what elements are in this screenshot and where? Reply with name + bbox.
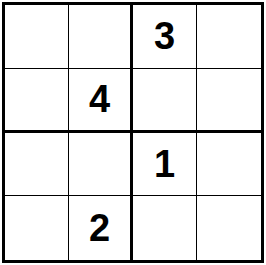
cell-r3c3[interactable]: 1	[133, 133, 197, 197]
cell-r1c4[interactable]	[197, 5, 261, 69]
cell-r2c2[interactable]: 4	[69, 69, 133, 133]
cell-r1c3[interactable]: 3	[133, 5, 197, 69]
cell-r2c3[interactable]	[133, 69, 197, 133]
cell-r2c1[interactable]	[5, 69, 69, 133]
cell-r3c1[interactable]	[5, 133, 69, 197]
cell-r4c4[interactable]	[197, 196, 261, 260]
cell-r4c2[interactable]: 2	[69, 196, 133, 260]
cell-r3c2[interactable]	[69, 133, 133, 197]
cell-r1c1[interactable]	[5, 5, 69, 69]
cell-r1c2[interactable]	[69, 5, 133, 69]
cell-r3c4[interactable]	[197, 133, 261, 197]
cell-r4c3[interactable]	[133, 196, 197, 260]
sudoku-board: 3 4 1 2	[2, 2, 264, 263]
sudoku-page: 3 4 1 2	[0, 0, 266, 265]
cell-r4c1[interactable]	[5, 196, 69, 260]
cell-r2c4[interactable]	[197, 69, 261, 133]
